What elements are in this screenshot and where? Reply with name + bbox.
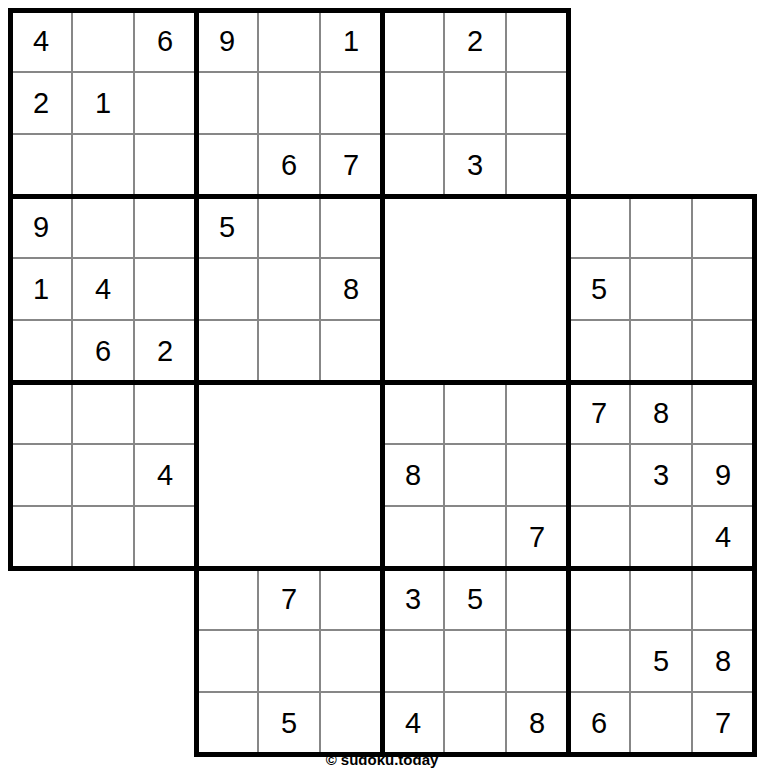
cell-r2c9[interactable] xyxy=(506,72,568,134)
cell-r6c8 xyxy=(444,320,506,382)
cell-r1c12 xyxy=(692,10,754,72)
cell-r4c2[interactable] xyxy=(72,196,134,258)
cell-r12c11[interactable] xyxy=(630,692,692,754)
cell-r12c1 xyxy=(10,692,72,754)
cell-r9c3[interactable] xyxy=(134,506,196,568)
cell-r8c6 xyxy=(320,444,382,506)
cell-r8c3: 4 xyxy=(134,444,196,506)
cell-r2c6[interactable] xyxy=(320,72,382,134)
cell-r3c6: 7 xyxy=(320,134,382,196)
cell-r6c12[interactable] xyxy=(692,320,754,382)
cell-r9c8[interactable] xyxy=(444,506,506,568)
cell-r5c12[interactable] xyxy=(692,258,754,320)
cell-r8c8[interactable] xyxy=(444,444,506,506)
cell-r8c10[interactable] xyxy=(568,444,630,506)
cell-r4c12[interactable] xyxy=(692,196,754,258)
cell-r6c2: 6 xyxy=(72,320,134,382)
cell-r2c8[interactable] xyxy=(444,72,506,134)
cell-r10c9[interactable] xyxy=(506,568,568,630)
cell-r8c5 xyxy=(258,444,320,506)
cell-r6c11[interactable] xyxy=(630,320,692,382)
cell-r2c7[interactable] xyxy=(382,72,444,134)
cell-r5c1: 1 xyxy=(10,258,72,320)
cell-r7c11: 8 xyxy=(630,382,692,444)
cell-r6c1[interactable] xyxy=(10,320,72,382)
cell-r3c7[interactable] xyxy=(382,134,444,196)
cell-r9c2[interactable] xyxy=(72,506,134,568)
cell-r5c9 xyxy=(506,258,568,320)
cell-r12c9: 8 xyxy=(506,692,568,754)
cell-r7c9[interactable] xyxy=(506,382,568,444)
cell-r4c10[interactable] xyxy=(568,196,630,258)
cell-r4c5[interactable] xyxy=(258,196,320,258)
sudoku-board: 469122167395148562784839747355854867 © s… xyxy=(0,0,764,774)
cell-r12c8[interactable] xyxy=(444,692,506,754)
cell-r1c7[interactable] xyxy=(382,10,444,72)
cell-r3c2[interactable] xyxy=(72,134,134,196)
cell-r1c10 xyxy=(568,10,630,72)
cell-r2c1: 2 xyxy=(10,72,72,134)
cell-r1c1: 4 xyxy=(10,10,72,72)
cell-r5c6: 8 xyxy=(320,258,382,320)
cell-r7c10: 7 xyxy=(568,382,630,444)
cell-r11c12: 8 xyxy=(692,630,754,692)
cell-r1c6: 1 xyxy=(320,10,382,72)
cell-r6c9 xyxy=(506,320,568,382)
cell-r3c3[interactable] xyxy=(134,134,196,196)
cell-r12c5: 5 xyxy=(258,692,320,754)
cell-r1c11 xyxy=(630,10,692,72)
cell-r11c6[interactable] xyxy=(320,630,382,692)
cell-r9c9: 7 xyxy=(506,506,568,568)
cell-r8c9[interactable] xyxy=(506,444,568,506)
cell-r12c7: 4 xyxy=(382,692,444,754)
cell-r2c12 xyxy=(692,72,754,134)
cell-r9c10[interactable] xyxy=(568,506,630,568)
cell-r10c7: 3 xyxy=(382,568,444,630)
cell-r11c11: 5 xyxy=(630,630,692,692)
cell-r3c4[interactable] xyxy=(196,134,258,196)
cell-r7c6 xyxy=(320,382,382,444)
cell-r5c3[interactable] xyxy=(134,258,196,320)
cell-r9c11[interactable] xyxy=(630,506,692,568)
cell-r2c3[interactable] xyxy=(134,72,196,134)
cell-r5c7 xyxy=(382,258,444,320)
cell-r2c11 xyxy=(630,72,692,134)
cell-r2c2: 1 xyxy=(72,72,134,134)
cell-r4c8 xyxy=(444,196,506,258)
cell-r2c5[interactable] xyxy=(258,72,320,134)
cell-r7c3[interactable] xyxy=(134,382,196,444)
cell-r5c5[interactable] xyxy=(258,258,320,320)
cell-r1c8: 2 xyxy=(444,10,506,72)
sudoku-grid: 469122167395148562784839747355854867 xyxy=(10,10,754,754)
cell-r7c1[interactable] xyxy=(10,382,72,444)
cell-r3c12 xyxy=(692,134,754,196)
cell-r11c4[interactable] xyxy=(196,630,258,692)
cell-r5c11[interactable] xyxy=(630,258,692,320)
cell-r7c4 xyxy=(196,382,258,444)
cell-r6c4[interactable] xyxy=(196,320,258,382)
cell-r9c1[interactable] xyxy=(10,506,72,568)
cell-r9c4 xyxy=(196,506,258,568)
cell-r6c10[interactable] xyxy=(568,320,630,382)
cell-r10c2 xyxy=(72,568,134,630)
cell-r9c6 xyxy=(320,506,382,568)
cell-r3c10 xyxy=(568,134,630,196)
cell-r7c12[interactable] xyxy=(692,382,754,444)
cell-r12c4[interactable] xyxy=(196,692,258,754)
cell-r3c5: 6 xyxy=(258,134,320,196)
cell-r11c1 xyxy=(10,630,72,692)
cell-r9c12: 4 xyxy=(692,506,754,568)
cell-r10c12[interactable] xyxy=(692,568,754,630)
cell-r5c2: 4 xyxy=(72,258,134,320)
cell-r10c10[interactable] xyxy=(568,568,630,630)
cell-r8c2[interactable] xyxy=(72,444,134,506)
cell-r7c8[interactable] xyxy=(444,382,506,444)
cell-r1c9[interactable] xyxy=(506,10,568,72)
cell-r12c12: 7 xyxy=(692,692,754,754)
cell-r4c7 xyxy=(382,196,444,258)
cell-r6c6[interactable] xyxy=(320,320,382,382)
cell-r1c3: 6 xyxy=(134,10,196,72)
cell-r8c12: 9 xyxy=(692,444,754,506)
cell-r12c3 xyxy=(134,692,196,754)
cell-r12c2 xyxy=(72,692,134,754)
cell-r8c11: 3 xyxy=(630,444,692,506)
cell-r3c8: 3 xyxy=(444,134,506,196)
cell-r10c1 xyxy=(10,568,72,630)
cell-r1c2[interactable] xyxy=(72,10,134,72)
cell-r5c4[interactable] xyxy=(196,258,258,320)
cell-r1c5[interactable] xyxy=(258,10,320,72)
cell-r2c4[interactable] xyxy=(196,72,258,134)
cell-r10c3 xyxy=(134,568,196,630)
cell-r4c11[interactable] xyxy=(630,196,692,258)
cell-r10c5: 7 xyxy=(258,568,320,630)
cell-r4c1: 9 xyxy=(10,196,72,258)
cell-r10c4[interactable] xyxy=(196,568,258,630)
cell-r12c6[interactable] xyxy=(320,692,382,754)
cell-r11c9[interactable] xyxy=(506,630,568,692)
cell-r10c6[interactable] xyxy=(320,568,382,630)
cell-r5c10: 5 xyxy=(568,258,630,320)
cell-r8c7: 8 xyxy=(382,444,444,506)
cell-r4c3[interactable] xyxy=(134,196,196,258)
cell-r7c2[interactable] xyxy=(72,382,134,444)
cell-r3c1[interactable] xyxy=(10,134,72,196)
cell-r10c8: 5 xyxy=(444,568,506,630)
cell-r9c5 xyxy=(258,506,320,568)
cell-r8c1[interactable] xyxy=(10,444,72,506)
cell-r7c5 xyxy=(258,382,320,444)
cell-r11c5[interactable] xyxy=(258,630,320,692)
cell-r4c6[interactable] xyxy=(320,196,382,258)
cell-r6c7 xyxy=(382,320,444,382)
cell-r6c5[interactable] xyxy=(258,320,320,382)
cell-r11c2 xyxy=(72,630,134,692)
cell-r5c8 xyxy=(444,258,506,320)
cell-r11c3 xyxy=(134,630,196,692)
cell-r11c7[interactable] xyxy=(382,630,444,692)
cell-r9c7[interactable] xyxy=(382,506,444,568)
cell-r10c11[interactable] xyxy=(630,568,692,630)
cell-r11c10[interactable] xyxy=(568,630,630,692)
cell-r12c10: 6 xyxy=(568,692,630,754)
cell-r3c9[interactable] xyxy=(506,134,568,196)
cell-r4c4: 5 xyxy=(196,196,258,258)
cell-r2c10 xyxy=(568,72,630,134)
cell-r4c9 xyxy=(506,196,568,258)
cell-r3c11 xyxy=(630,134,692,196)
copyright: © sudoku.today xyxy=(0,751,764,768)
cell-r8c4 xyxy=(196,444,258,506)
cell-r11c8[interactable] xyxy=(444,630,506,692)
cell-r1c4: 9 xyxy=(196,10,258,72)
cell-r6c3: 2 xyxy=(134,320,196,382)
cell-r7c7[interactable] xyxy=(382,382,444,444)
